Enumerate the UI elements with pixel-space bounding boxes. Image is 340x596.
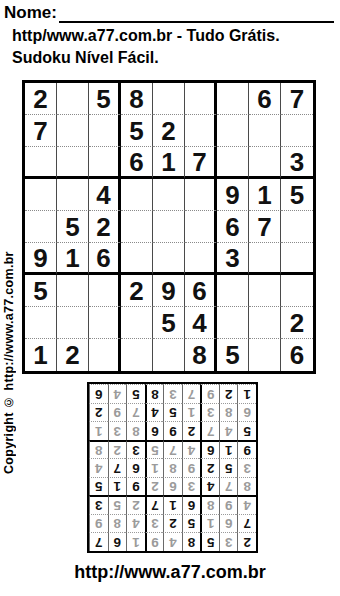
solution-cell-r5c6: 1 <box>145 458 164 477</box>
solution-cell-r7c4: 2 <box>182 421 201 440</box>
cell-r1c7[interactable] <box>217 83 249 115</box>
solution-cell-r6c9: 8 <box>89 440 108 459</box>
solution-cell-r2c3: 1 <box>200 514 219 533</box>
solution-cell-r8c1: 6 <box>237 403 256 422</box>
cell-r3c3[interactable] <box>89 147 121 179</box>
cell-r8c5[interactable]: 5 <box>153 307 185 339</box>
puzzle-level-title: Sudoku Nível Fácil. <box>12 49 340 67</box>
solution-cell-r5c7: 6 <box>126 458 145 477</box>
site-title: http/www.a77.com.br - Tudo Grátis. <box>12 27 340 45</box>
cell-r3c5[interactable]: 1 <box>153 147 185 179</box>
cell-r6c1[interactable]: 9 <box>25 243 57 275</box>
cell-r5c1[interactable] <box>25 211 57 243</box>
cell-r4c1[interactable] <box>25 179 57 211</box>
page-header: Nome: http/www.a77.com.br - Tudo Grátis.… <box>0 0 340 67</box>
solution-cell-r6c2: 1 <box>219 440 238 459</box>
cell-r4c9[interactable]: 5 <box>281 179 313 211</box>
cell-r7c8[interactable] <box>249 275 281 307</box>
solution-cell-r6c3: 6 <box>200 440 219 459</box>
cell-r1c8[interactable]: 6 <box>249 83 281 115</box>
solution-cell-r9c5: 3 <box>163 384 182 403</box>
cell-r6c5[interactable] <box>153 243 185 275</box>
cell-r4c5[interactable] <box>153 179 185 211</box>
solution-cell-r5c9: 4 <box>89 458 108 477</box>
solution-cell-r2c9: 9 <box>89 514 108 533</box>
cell-r8c2[interactable] <box>57 307 89 339</box>
vertical-copyright-text: Copyright © http://www.a77.com.br <box>0 84 18 474</box>
cell-r6c2[interactable]: 1 <box>57 243 89 275</box>
solution-cell-r1c3: 5 <box>200 532 219 551</box>
cell-r3c7[interactable] <box>217 147 249 179</box>
cell-r6c7[interactable]: 3 <box>217 243 249 275</box>
solution-cell-r7c8: 3 <box>108 421 127 440</box>
solution-cell-r3c5: 1 <box>163 495 182 514</box>
solution-cell-r8c7: 7 <box>126 403 145 422</box>
cell-r8c8[interactable] <box>249 307 281 339</box>
cell-r9c5[interactable] <box>153 339 185 371</box>
cell-r8c1[interactable] <box>25 307 57 339</box>
cell-r5c5[interactable] <box>153 211 185 243</box>
solution-cell-r9c1: 1 <box>237 384 256 403</box>
cell-r6c8[interactable] <box>249 243 281 275</box>
cell-r7c2[interactable] <box>57 275 89 307</box>
cell-r7c5[interactable]: 9 <box>153 275 185 307</box>
cell-r3c2[interactable] <box>57 147 89 179</box>
solution-cell-r8c9: 2 <box>89 403 108 422</box>
sudoku-board: 258677526173491552679163529654212856 <box>22 80 316 374</box>
cell-r7c4[interactable]: 2 <box>121 275 153 307</box>
cell-r1c3[interactable]: 5 <box>89 83 121 115</box>
solution-cell-r8c4: 1 <box>182 403 201 422</box>
solution-cell-r2c7: 4 <box>126 514 145 533</box>
solution-cell-r4c3: 4 <box>200 477 219 496</box>
sudoku-solution-board-rotated: 2358491677615234894986172538743629153529… <box>87 382 258 553</box>
solution-cell-r7c6: 6 <box>145 421 164 440</box>
solution-cell-r5c5: 8 <box>163 458 182 477</box>
solution-cell-r8c2: 8 <box>219 403 238 422</box>
cell-r9c4[interactable] <box>121 339 153 371</box>
solution-cell-r8c5: 5 <box>163 403 182 422</box>
solution-cell-r1c7: 1 <box>126 532 145 551</box>
cell-r1c6[interactable] <box>185 83 217 115</box>
solution-cell-r4c8: 1 <box>108 477 127 496</box>
solution-cell-r4c2: 7 <box>219 477 238 496</box>
cell-r4c8[interactable]: 1 <box>249 179 281 211</box>
solution-cell-r5c1: 3 <box>237 458 256 477</box>
cell-r5c2[interactable]: 5 <box>57 211 89 243</box>
cell-r2c2[interactable] <box>57 115 89 147</box>
solution-cell-r4c7: 9 <box>126 477 145 496</box>
solution-cell-r3c9: 3 <box>89 495 108 514</box>
cell-r9c9[interactable]: 6 <box>281 339 313 371</box>
solution-cell-r9c8: 4 <box>108 384 127 403</box>
solution-cell-r7c2: 4 <box>219 421 238 440</box>
cell-r2c4[interactable]: 5 <box>121 115 153 147</box>
cell-r2c3[interactable] <box>89 115 121 147</box>
solution-cell-r5c8: 7 <box>108 458 127 477</box>
solution-cell-r4c5: 6 <box>163 477 182 496</box>
solution-cell-r7c7: 8 <box>126 421 145 440</box>
cell-r9c2[interactable]: 2 <box>57 339 89 371</box>
cell-r8c3[interactable] <box>89 307 121 339</box>
solution-cell-r5c4: 9 <box>182 458 201 477</box>
cell-r4c6[interactable] <box>185 179 217 211</box>
solution-cell-r7c3: 7 <box>200 421 219 440</box>
cell-r1c2[interactable] <box>57 83 89 115</box>
solution-cell-r3c4: 6 <box>182 495 201 514</box>
solution-cell-r2c5: 2 <box>163 514 182 533</box>
cell-r3c4[interactable]: 6 <box>121 147 153 179</box>
cell-r2c9[interactable] <box>281 115 313 147</box>
cell-r5c8[interactable]: 7 <box>249 211 281 243</box>
solution-cell-r4c9: 5 <box>89 477 108 496</box>
solution-cell-r7c1: 5 <box>237 421 256 440</box>
solution-cell-r7c9: 1 <box>89 421 108 440</box>
solution-cell-r2c2: 6 <box>219 514 238 533</box>
solution-cell-r5c3: 2 <box>200 458 219 477</box>
solution-cell-r1c8: 6 <box>108 532 127 551</box>
solution-cell-r4c6: 2 <box>145 477 164 496</box>
cell-r4c4[interactable] <box>121 179 153 211</box>
solution-cell-r9c9: 6 <box>89 384 108 403</box>
cell-r9c3[interactable] <box>89 339 121 371</box>
cell-r9c8[interactable] <box>249 339 281 371</box>
solution-cell-r4c1: 8 <box>237 477 256 496</box>
solution-cell-r8c8: 9 <box>108 403 127 422</box>
solution-cell-r1c1: 2 <box>237 532 256 551</box>
solution-cell-r9c6: 8 <box>145 384 164 403</box>
solution-cell-r3c1: 4 <box>237 495 256 514</box>
solution-cell-r6c6: 5 <box>145 440 164 459</box>
cell-r4c3[interactable]: 4 <box>89 179 121 211</box>
solution-cell-r8c3: 3 <box>200 403 219 422</box>
cell-r4c7[interactable]: 9 <box>217 179 249 211</box>
solution-cell-r3c3: 8 <box>200 495 219 514</box>
solution-cell-r2c4: 5 <box>182 514 201 533</box>
cell-r7c1[interactable]: 5 <box>25 275 57 307</box>
cell-r8c4[interactable] <box>121 307 153 339</box>
cell-r3c6[interactable]: 7 <box>185 147 217 179</box>
cell-r3c1[interactable] <box>25 147 57 179</box>
cell-r6c3[interactable]: 6 <box>89 243 121 275</box>
cell-r8c7[interactable] <box>217 307 249 339</box>
solution-cell-r3c6: 7 <box>145 495 164 514</box>
solution-cell-r1c9: 7 <box>89 532 108 551</box>
cell-r8c6[interactable]: 4 <box>185 307 217 339</box>
solution-cell-r4c4: 3 <box>182 477 201 496</box>
solution-cell-r6c1: 9 <box>237 440 256 459</box>
solution-cell-r8c6: 4 <box>145 403 164 422</box>
solution-cell-r1c6: 9 <box>145 532 164 551</box>
solution-cell-r9c2: 2 <box>219 384 238 403</box>
cell-r2c5[interactable]: 2 <box>153 115 185 147</box>
cell-r6c6[interactable] <box>185 243 217 275</box>
solution-cell-r6c5: 7 <box>163 440 182 459</box>
solution-cell-r2c6: 3 <box>145 514 164 533</box>
solution-cell-r6c4: 4 <box>182 440 201 459</box>
solution-cell-r2c1: 7 <box>237 514 256 533</box>
cell-r1c1[interactable]: 2 <box>25 83 57 115</box>
cell-r5c3[interactable]: 2 <box>89 211 121 243</box>
cell-r1c9[interactable]: 7 <box>281 83 313 115</box>
cell-r7c7[interactable] <box>217 275 249 307</box>
solution-cell-r9c7: 5 <box>126 384 145 403</box>
cell-r3c9[interactable]: 3 <box>281 147 313 179</box>
footer-url: http://www.a77.com.br <box>0 562 340 583</box>
cell-r2c8[interactable] <box>249 115 281 147</box>
solution-cell-r3c2: 9 <box>219 495 238 514</box>
solution-cell-r2c8: 8 <box>108 514 127 533</box>
cell-r7c9[interactable] <box>281 275 313 307</box>
cell-r1c5[interactable] <box>153 83 185 115</box>
cell-r5c6[interactable] <box>185 211 217 243</box>
solution-cell-r9c3: 9 <box>200 384 219 403</box>
solution-cell-r1c5: 4 <box>163 532 182 551</box>
solution-cell-r3c7: 2 <box>126 495 145 514</box>
cell-r8c9[interactable]: 2 <box>281 307 313 339</box>
cell-r5c7[interactable]: 6 <box>217 211 249 243</box>
cell-r7c3[interactable] <box>89 275 121 307</box>
solution-cell-r5c2: 5 <box>219 458 238 477</box>
solution-cell-r3c8: 5 <box>108 495 127 514</box>
solution-cell-r9c4: 7 <box>182 384 201 403</box>
cell-r9c1[interactable]: 1 <box>25 339 57 371</box>
name-blank-line <box>59 5 334 23</box>
cell-r3c8[interactable] <box>249 147 281 179</box>
solution-cell-r6c8: 2 <box>108 440 127 459</box>
cell-r5c9[interactable] <box>281 211 313 243</box>
solution-cell-r1c2: 3 <box>219 532 238 551</box>
cell-r6c4[interactable] <box>121 243 153 275</box>
cell-r5c4[interactable] <box>121 211 153 243</box>
cell-r4c2[interactable] <box>57 179 89 211</box>
name-label: Nome: <box>4 3 57 23</box>
cell-r2c6[interactable] <box>185 115 217 147</box>
cell-r1c4[interactable]: 8 <box>121 83 153 115</box>
solution-cell-r7c5: 9 <box>163 421 182 440</box>
cell-r6c9[interactable] <box>281 243 313 275</box>
cell-r9c7[interactable]: 5 <box>217 339 249 371</box>
cell-r2c1[interactable]: 7 <box>25 115 57 147</box>
cell-r7c6[interactable]: 6 <box>185 275 217 307</box>
cell-r9c6[interactable]: 8 <box>185 339 217 371</box>
solution-cell-r1c4: 8 <box>182 532 201 551</box>
cell-r2c7[interactable] <box>217 115 249 147</box>
solution-cell-r6c7: 3 <box>126 440 145 459</box>
